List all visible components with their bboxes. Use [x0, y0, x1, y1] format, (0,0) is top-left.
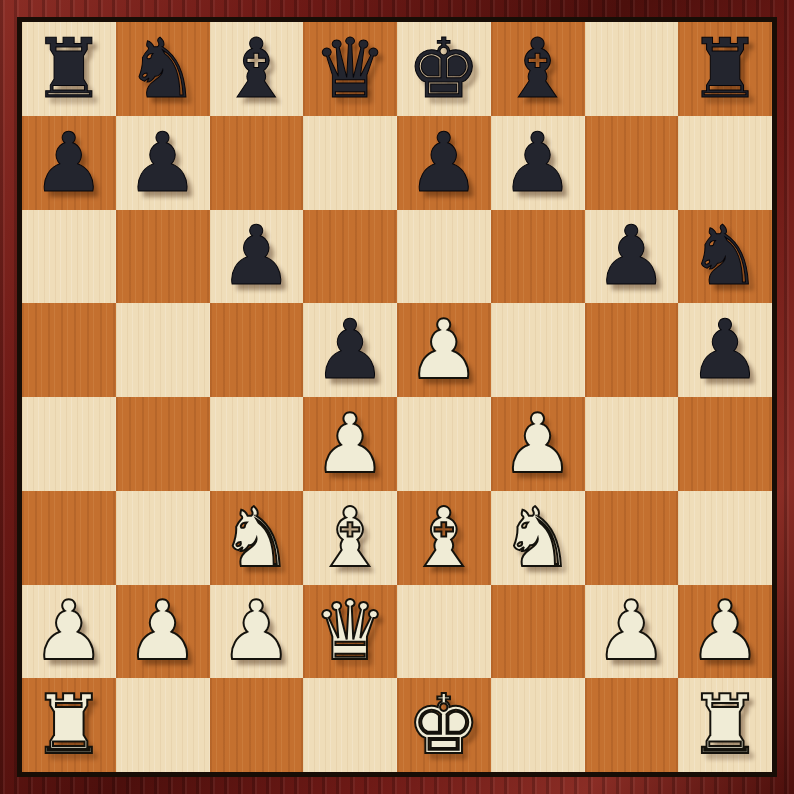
- square-c8[interactable]: ♝: [210, 22, 304, 116]
- black-pawn: ♟: [501, 122, 575, 204]
- white-pawn: ♟: [595, 590, 669, 672]
- square-g3[interactable]: [585, 491, 679, 585]
- black-pawn: ♟: [220, 215, 294, 297]
- square-g1[interactable]: [585, 678, 679, 772]
- square-c4[interactable]: [210, 397, 304, 491]
- square-e2[interactable]: [397, 585, 491, 679]
- white-pawn: ♟: [126, 590, 200, 672]
- square-h6[interactable]: ♞: [678, 210, 772, 304]
- square-h3[interactable]: [678, 491, 772, 585]
- square-d4[interactable]: ♟: [303, 397, 397, 491]
- square-e5[interactable]: ♟: [397, 303, 491, 397]
- square-g8[interactable]: [585, 22, 679, 116]
- black-queen: ♛: [313, 28, 387, 110]
- square-d2[interactable]: ♛: [303, 585, 397, 679]
- white-pawn: ♟: [688, 590, 762, 672]
- black-pawn: ♟: [688, 309, 762, 391]
- square-b2[interactable]: ♟: [116, 585, 210, 679]
- square-h2[interactable]: ♟: [678, 585, 772, 679]
- square-f5[interactable]: [491, 303, 585, 397]
- square-f8[interactable]: ♝: [491, 22, 585, 116]
- black-rook: ♜: [688, 28, 762, 110]
- square-d3[interactable]: ♝: [303, 491, 397, 585]
- square-g7[interactable]: [585, 116, 679, 210]
- square-a2[interactable]: ♟: [22, 585, 116, 679]
- square-g5[interactable]: [585, 303, 679, 397]
- white-bishop: ♝: [313, 497, 387, 579]
- white-rook: ♜: [32, 684, 106, 766]
- square-a7[interactable]: ♟: [22, 116, 116, 210]
- square-b1[interactable]: [116, 678, 210, 772]
- square-g2[interactable]: ♟: [585, 585, 679, 679]
- white-knight: ♞: [501, 497, 575, 579]
- square-b3[interactable]: [116, 491, 210, 585]
- square-g6[interactable]: ♟: [585, 210, 679, 304]
- square-h8[interactable]: ♜: [678, 22, 772, 116]
- black-pawn: ♟: [126, 122, 200, 204]
- square-b8[interactable]: ♞: [116, 22, 210, 116]
- white-pawn: ♟: [313, 403, 387, 485]
- square-e4[interactable]: [397, 397, 491, 491]
- black-bishop: ♝: [220, 28, 294, 110]
- black-pawn: ♟: [313, 309, 387, 391]
- square-a4[interactable]: [22, 397, 116, 491]
- square-b4[interactable]: [116, 397, 210, 491]
- black-knight: ♞: [126, 28, 200, 110]
- square-e3[interactable]: ♝: [397, 491, 491, 585]
- square-e8[interactable]: ♚: [397, 22, 491, 116]
- square-h7[interactable]: [678, 116, 772, 210]
- white-bishop: ♝: [407, 497, 481, 579]
- black-pawn: ♟: [32, 122, 106, 204]
- square-a5[interactable]: [22, 303, 116, 397]
- square-f6[interactable]: [491, 210, 585, 304]
- square-d8[interactable]: ♛: [303, 22, 397, 116]
- square-d5[interactable]: ♟: [303, 303, 397, 397]
- black-pawn: ♟: [595, 215, 669, 297]
- square-c5[interactable]: [210, 303, 304, 397]
- black-rook: ♜: [32, 28, 106, 110]
- board-frame: ♜♞♝♛♚♝♜♟♟♟♟♟♟♞♟♟♟♟♟♞♝♝♞♟♟♟♛♟♟♜♚♜: [0, 0, 794, 794]
- square-h1[interactable]: ♜: [678, 678, 772, 772]
- square-a1[interactable]: ♜: [22, 678, 116, 772]
- square-f7[interactable]: ♟: [491, 116, 585, 210]
- square-a8[interactable]: ♜: [22, 22, 116, 116]
- square-h5[interactable]: ♟: [678, 303, 772, 397]
- square-d1[interactable]: [303, 678, 397, 772]
- white-pawn: ♟: [407, 309, 481, 391]
- square-b7[interactable]: ♟: [116, 116, 210, 210]
- square-c2[interactable]: ♟: [210, 585, 304, 679]
- square-f1[interactable]: [491, 678, 585, 772]
- square-e7[interactable]: ♟: [397, 116, 491, 210]
- square-h4[interactable]: [678, 397, 772, 491]
- square-d7[interactable]: [303, 116, 397, 210]
- black-bishop: ♝: [501, 28, 575, 110]
- white-rook: ♜: [688, 684, 762, 766]
- chess-board: ♜♞♝♛♚♝♜♟♟♟♟♟♟♞♟♟♟♟♟♞♝♝♞♟♟♟♛♟♟♜♚♜: [22, 22, 772, 772]
- white-pawn: ♟: [501, 403, 575, 485]
- square-g4[interactable]: [585, 397, 679, 491]
- white-king: ♚: [407, 684, 481, 766]
- white-pawn: ♟: [32, 590, 106, 672]
- white-knight: ♞: [220, 497, 294, 579]
- square-c1[interactable]: [210, 678, 304, 772]
- square-c6[interactable]: ♟: [210, 210, 304, 304]
- white-queen: ♛: [313, 590, 387, 672]
- board-inner-border: ♜♞♝♛♚♝♜♟♟♟♟♟♟♞♟♟♟♟♟♞♝♝♞♟♟♟♛♟♟♜♚♜: [17, 17, 777, 777]
- black-knight: ♞: [688, 215, 762, 297]
- white-pawn: ♟: [220, 590, 294, 672]
- black-king: ♚: [407, 28, 481, 110]
- square-f3[interactable]: ♞: [491, 491, 585, 585]
- square-b5[interactable]: [116, 303, 210, 397]
- square-e6[interactable]: [397, 210, 491, 304]
- square-a6[interactable]: [22, 210, 116, 304]
- square-f4[interactable]: ♟: [491, 397, 585, 491]
- square-c3[interactable]: ♞: [210, 491, 304, 585]
- square-c7[interactable]: [210, 116, 304, 210]
- square-b6[interactable]: [116, 210, 210, 304]
- square-f2[interactable]: [491, 585, 585, 679]
- black-pawn: ♟: [407, 122, 481, 204]
- square-e1[interactable]: ♚: [397, 678, 491, 772]
- square-a3[interactable]: [22, 491, 116, 585]
- square-d6[interactable]: [303, 210, 397, 304]
